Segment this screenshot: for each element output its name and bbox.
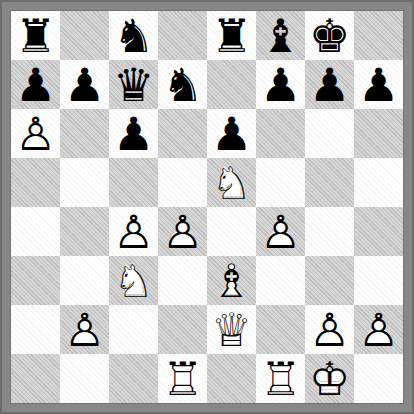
square-a8[interactable]: ♜	[11, 11, 60, 60]
board-frame: ♜♞♜♝♚♟♟♛♞♟♟♟♟♙♟♟♞♘♟♙♟♙♟♙♞♘♝♗♟♙♛♕♟♙♟♙♜♖♜♖…	[0, 0, 414, 414]
piece-black-pawn[interactable]: ♟	[60, 60, 109, 109]
square-e5[interactable]: ♞♘	[207, 158, 256, 207]
square-d2[interactable]	[158, 305, 207, 354]
square-b4[interactable]	[60, 207, 109, 256]
square-g1[interactable]: ♚♔	[305, 354, 354, 403]
square-h8[interactable]	[354, 11, 403, 60]
square-b1[interactable]	[60, 354, 109, 403]
square-d7[interactable]: ♞	[158, 60, 207, 109]
piece-outline-layer: ♘	[207, 158, 256, 207]
piece-solid-layer: ♟	[60, 60, 109, 109]
piece-solid-layer: ♟	[109, 109, 158, 158]
piece-white-pawn[interactable]: ♟♙	[109, 207, 158, 256]
piece-white-knight[interactable]: ♞♘	[109, 256, 158, 305]
square-c6[interactable]: ♟	[109, 109, 158, 158]
piece-outline-layer: ♔	[305, 354, 354, 403]
piece-solid-layer: ♟	[207, 109, 256, 158]
square-d6[interactable]	[158, 109, 207, 158]
square-b6[interactable]	[60, 109, 109, 158]
piece-black-queen[interactable]: ♛	[109, 60, 158, 109]
square-c2[interactable]	[109, 305, 158, 354]
square-e8[interactable]: ♜	[207, 11, 256, 60]
square-d5[interactable]	[158, 158, 207, 207]
chess-board: ♜♞♜♝♚♟♟♛♞♟♟♟♟♙♟♟♞♘♟♙♟♙♟♙♞♘♝♗♟♙♛♕♟♙♟♙♜♖♜♖…	[11, 11, 403, 403]
square-g6[interactable]	[305, 109, 354, 158]
piece-solid-layer: ♞	[158, 60, 207, 109]
piece-black-bishop[interactable]: ♝	[256, 11, 305, 60]
piece-outline-layer: ♖	[256, 354, 305, 403]
square-f4[interactable]: ♟♙	[256, 207, 305, 256]
square-e1[interactable]	[207, 354, 256, 403]
piece-outline-layer: ♕	[207, 305, 256, 354]
piece-white-pawn[interactable]: ♟♙	[11, 109, 60, 158]
square-h5[interactable]	[354, 158, 403, 207]
square-c8[interactable]: ♞	[109, 11, 158, 60]
square-h4[interactable]	[354, 207, 403, 256]
piece-outline-layer: ♖	[158, 354, 207, 403]
square-f3[interactable]	[256, 256, 305, 305]
piece-solid-layer: ♛	[109, 60, 158, 109]
piece-outline-layer: ♙	[256, 207, 305, 256]
square-f6[interactable]	[256, 109, 305, 158]
square-a3[interactable]	[11, 256, 60, 305]
square-a5[interactable]	[11, 158, 60, 207]
piece-outline-layer: ♙	[158, 207, 207, 256]
piece-black-rook[interactable]: ♜	[207, 11, 256, 60]
square-e6[interactable]: ♟	[207, 109, 256, 158]
square-e4[interactable]	[207, 207, 256, 256]
piece-outline-layer: ♙	[354, 305, 403, 354]
square-f1[interactable]: ♜♖	[256, 354, 305, 403]
square-g4[interactable]	[305, 207, 354, 256]
square-g3[interactable]	[305, 256, 354, 305]
square-d4[interactable]: ♟♙	[158, 207, 207, 256]
piece-outline-layer: ♙	[305, 305, 354, 354]
piece-black-pawn[interactable]: ♟	[207, 109, 256, 158]
square-c5[interactable]	[109, 158, 158, 207]
square-d3[interactable]	[158, 256, 207, 305]
piece-solid-layer: ♟	[11, 60, 60, 109]
square-b5[interactable]	[60, 158, 109, 207]
piece-white-pawn[interactable]: ♟♙	[158, 207, 207, 256]
piece-solid-layer: ♟	[354, 60, 403, 109]
square-a1[interactable]	[11, 354, 60, 403]
piece-solid-layer: ♜	[207, 11, 256, 60]
piece-white-rook[interactable]: ♜♖	[158, 354, 207, 403]
piece-black-pawn[interactable]: ♟	[11, 60, 60, 109]
piece-outline-layer: ♙	[109, 207, 158, 256]
square-c4[interactable]: ♟♙	[109, 207, 158, 256]
piece-solid-layer: ♟	[256, 60, 305, 109]
square-g2[interactable]: ♟♙	[305, 305, 354, 354]
piece-outline-layer: ♙	[11, 109, 60, 158]
piece-white-pawn[interactable]: ♟♙	[256, 207, 305, 256]
square-e7[interactable]	[207, 60, 256, 109]
piece-solid-layer: ♜	[11, 11, 60, 60]
piece-white-king[interactable]: ♚♔	[305, 354, 354, 403]
square-h1[interactable]	[354, 354, 403, 403]
square-h6[interactable]	[354, 109, 403, 158]
piece-black-pawn[interactable]: ♟	[354, 60, 403, 109]
square-b2[interactable]: ♟♙	[60, 305, 109, 354]
square-h3[interactable]	[354, 256, 403, 305]
square-c7[interactable]: ♛	[109, 60, 158, 109]
piece-black-king[interactable]: ♚	[305, 11, 354, 60]
square-f7[interactable]: ♟	[256, 60, 305, 109]
piece-black-pawn[interactable]: ♟	[256, 60, 305, 109]
square-f2[interactable]	[256, 305, 305, 354]
piece-white-knight[interactable]: ♞♘	[207, 158, 256, 207]
square-a4[interactable]	[11, 207, 60, 256]
square-g5[interactable]	[305, 158, 354, 207]
square-b7[interactable]: ♟	[60, 60, 109, 109]
piece-white-bishop[interactable]: ♝♗	[207, 256, 256, 305]
square-f8[interactable]: ♝	[256, 11, 305, 60]
square-b3[interactable]	[60, 256, 109, 305]
square-c1[interactable]	[109, 354, 158, 403]
piece-white-pawn[interactable]: ♟♙	[60, 305, 109, 354]
square-f5[interactable]	[256, 158, 305, 207]
piece-solid-layer: ♞	[109, 11, 158, 60]
piece-black-pawn[interactable]: ♟	[305, 60, 354, 109]
piece-white-queen[interactable]: ♛♕	[207, 305, 256, 354]
square-d1[interactable]: ♜♖	[158, 354, 207, 403]
piece-white-pawn[interactable]: ♟♙	[305, 305, 354, 354]
piece-outline-layer: ♙	[60, 305, 109, 354]
square-e2[interactable]: ♛♕	[207, 305, 256, 354]
square-g7[interactable]: ♟	[305, 60, 354, 109]
piece-black-knight[interactable]: ♞	[109, 11, 158, 60]
piece-white-pawn[interactable]: ♟♙	[354, 305, 403, 354]
square-a2[interactable]	[11, 305, 60, 354]
square-a6[interactable]: ♟♙	[11, 109, 60, 158]
piece-solid-layer: ♚	[305, 11, 354, 60]
square-c3[interactable]: ♞♘	[109, 256, 158, 305]
piece-outline-layer: ♘	[109, 256, 158, 305]
square-h7[interactable]: ♟	[354, 60, 403, 109]
square-h2[interactable]: ♟♙	[354, 305, 403, 354]
square-e3[interactable]: ♝♗	[207, 256, 256, 305]
square-d8[interactable]	[158, 11, 207, 60]
piece-black-pawn[interactable]: ♟	[109, 109, 158, 158]
square-b8[interactable]	[60, 11, 109, 60]
piece-outline-layer: ♗	[207, 256, 256, 305]
piece-black-knight[interactable]: ♞	[158, 60, 207, 109]
piece-black-rook[interactable]: ♜	[11, 11, 60, 60]
piece-solid-layer: ♟	[305, 60, 354, 109]
square-g8[interactable]: ♚	[305, 11, 354, 60]
square-a7[interactable]: ♟	[11, 60, 60, 109]
piece-solid-layer: ♝	[256, 11, 305, 60]
piece-white-rook[interactable]: ♜♖	[256, 354, 305, 403]
